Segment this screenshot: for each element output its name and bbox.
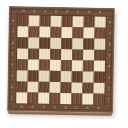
square xyxy=(27,81,38,92)
square xyxy=(17,37,28,48)
square xyxy=(39,38,50,49)
square xyxy=(94,28,105,39)
square xyxy=(16,81,27,92)
square xyxy=(28,59,39,70)
square xyxy=(50,60,61,71)
square xyxy=(16,92,27,103)
square xyxy=(61,60,72,71)
square xyxy=(60,93,71,104)
square xyxy=(17,48,28,59)
square xyxy=(38,93,49,104)
rank-label-right: 8 xyxy=(109,21,111,24)
square xyxy=(83,38,94,49)
rank-label-left: 5 xyxy=(12,52,14,55)
square xyxy=(17,70,28,81)
square xyxy=(28,70,39,81)
file-label-bottom: H xyxy=(21,106,23,109)
square xyxy=(38,82,49,93)
square xyxy=(93,83,104,94)
rank-label-left: 8 xyxy=(12,19,14,22)
rank-label-right: 7 xyxy=(109,32,111,35)
square xyxy=(83,27,94,38)
board-grid xyxy=(16,15,106,105)
file-label-top: G xyxy=(33,10,35,13)
square xyxy=(72,38,83,49)
square xyxy=(28,37,39,48)
file-label-bottom: D xyxy=(64,107,66,110)
square xyxy=(29,15,40,26)
square xyxy=(51,16,62,27)
square xyxy=(94,50,105,61)
rank-label-left: 6 xyxy=(12,41,14,44)
file-label-top: E xyxy=(55,10,57,13)
square xyxy=(49,82,60,93)
file-label-bottom: E xyxy=(54,106,56,109)
square xyxy=(39,49,50,60)
photo-background: HH88GG77FF66EE55DD44CC33BB22AA11 xyxy=(0,0,128,128)
square xyxy=(61,38,72,49)
square xyxy=(72,71,83,82)
square xyxy=(71,82,82,93)
square xyxy=(39,60,50,71)
file-label-bottom: G xyxy=(31,106,33,109)
file-label-top: D xyxy=(66,10,68,13)
square xyxy=(60,82,71,93)
square xyxy=(94,72,105,83)
square xyxy=(50,38,61,49)
square xyxy=(82,93,93,104)
square xyxy=(84,16,95,27)
file-label-bottom: F xyxy=(43,106,45,109)
chessboard: HH88GG77FF66EE55DD44CC33BB22AA11 xyxy=(7,6,115,113)
square xyxy=(27,92,38,103)
rank-label-left: 7 xyxy=(12,30,14,33)
square xyxy=(50,49,61,60)
rank-label-right: 4 xyxy=(108,65,110,68)
rank-label-left: 4 xyxy=(11,63,13,66)
square xyxy=(62,16,73,27)
square xyxy=(17,26,28,37)
square xyxy=(61,71,72,82)
file-label-bottom: B xyxy=(87,107,89,110)
square xyxy=(95,17,106,28)
square xyxy=(50,71,61,82)
square xyxy=(82,82,93,93)
square xyxy=(28,48,39,59)
rank-label-right: 5 xyxy=(109,54,111,57)
coordinate-labels: HH88GG77FF66EE55DD44CC33BB22AA11 xyxy=(9,6,115,8)
rank-label-right: 1 xyxy=(108,98,110,101)
file-label-top: C xyxy=(77,10,79,13)
file-label-bottom: C xyxy=(76,107,78,110)
square xyxy=(18,15,29,26)
square xyxy=(93,94,104,105)
square xyxy=(83,49,94,60)
file-label-top: F xyxy=(44,10,46,13)
file-label-top: B xyxy=(88,10,90,13)
rank-label-left: 2 xyxy=(11,85,13,88)
square xyxy=(17,59,28,70)
rank-label-right: 6 xyxy=(109,43,111,46)
file-label-top: A xyxy=(99,11,101,14)
square xyxy=(50,27,61,38)
square xyxy=(61,49,72,60)
square xyxy=(94,61,105,72)
square xyxy=(61,27,72,38)
square xyxy=(39,27,50,38)
file-label-bottom: A xyxy=(98,107,100,110)
rank-label-left: 1 xyxy=(11,96,13,99)
square xyxy=(49,93,60,104)
file-label-top: H xyxy=(22,9,24,12)
square xyxy=(83,71,94,82)
square xyxy=(72,27,83,38)
rank-label-left: 3 xyxy=(11,74,13,77)
square xyxy=(72,49,83,60)
square xyxy=(40,16,51,27)
square xyxy=(71,93,82,104)
square xyxy=(28,26,39,37)
rank-label-right: 2 xyxy=(108,87,110,90)
square xyxy=(73,16,84,27)
square xyxy=(94,39,105,50)
square xyxy=(83,60,94,71)
square xyxy=(39,71,50,82)
square xyxy=(72,60,83,71)
rank-label-right: 3 xyxy=(108,76,110,79)
